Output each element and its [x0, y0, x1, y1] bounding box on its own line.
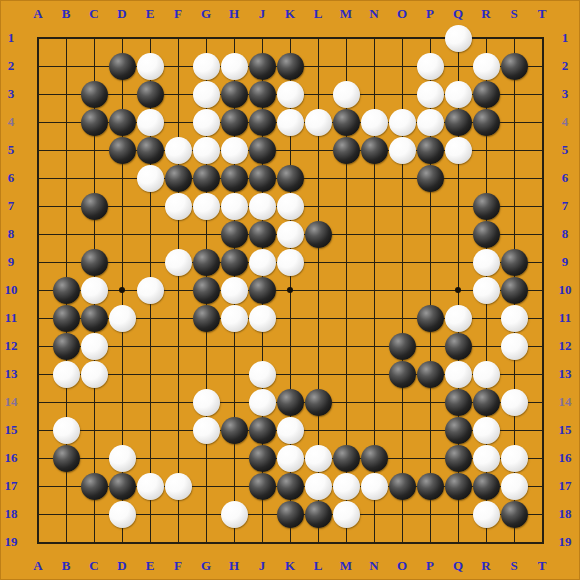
stone-white[interactable]	[445, 361, 472, 388]
stone-white[interactable]	[473, 417, 500, 444]
stone-white[interactable]	[137, 53, 164, 80]
stone-black[interactable]	[109, 137, 136, 164]
col-label-top: T	[530, 7, 554, 21]
stone-white[interactable]	[473, 445, 500, 472]
stone-black[interactable]	[361, 137, 388, 164]
stone-black[interactable]	[81, 81, 108, 108]
col-label-top: N	[362, 7, 386, 21]
stone-white[interactable]	[277, 109, 304, 136]
row-label-left: 15	[0, 423, 23, 437]
stone-white[interactable]	[277, 221, 304, 248]
col-label-top: F	[166, 7, 190, 21]
stone-black[interactable]	[473, 193, 500, 220]
stone-white[interactable]	[193, 389, 220, 416]
stone-white[interactable]	[221, 501, 248, 528]
row-label-right: 7	[553, 199, 577, 213]
col-label-top: K	[278, 7, 302, 21]
col-label-bottom: S	[502, 559, 526, 573]
stone-white[interactable]	[277, 193, 304, 220]
row-label-right: 9	[553, 255, 577, 269]
stone-black[interactable]	[249, 417, 276, 444]
stone-black[interactable]	[81, 193, 108, 220]
col-label-top: D	[110, 7, 134, 21]
stone-white[interactable]	[193, 81, 220, 108]
stone-white[interactable]	[165, 193, 192, 220]
row-label-right: 6	[553, 171, 577, 185]
stone-white[interactable]	[417, 81, 444, 108]
stone-black[interactable]	[249, 137, 276, 164]
stone-white[interactable]	[109, 305, 136, 332]
stone-black[interactable]	[473, 473, 500, 500]
stone-white[interactable]	[333, 81, 360, 108]
stone-white[interactable]	[137, 277, 164, 304]
row-label-left: 5	[0, 143, 23, 157]
row-label-right: 1	[553, 31, 577, 45]
stone-black[interactable]	[81, 305, 108, 332]
stone-black[interactable]	[445, 473, 472, 500]
stone-black[interactable]	[221, 81, 248, 108]
stone-black[interactable]	[193, 277, 220, 304]
col-label-bottom: A	[26, 559, 50, 573]
stone-white[interactable]	[445, 25, 472, 52]
col-label-top: Q	[446, 7, 470, 21]
goban: AABBCCDDEEFFGGHHJJKKLLMMNNOOPPQQRRSSTT11…	[0, 0, 580, 580]
goban-grid[interactable]	[24, 24, 556, 556]
row-label-right: 2	[553, 59, 577, 73]
row-label-left: 13	[0, 367, 23, 381]
row-label-right: 13	[553, 367, 577, 381]
stone-white[interactable]	[305, 109, 332, 136]
stone-white[interactable]	[249, 389, 276, 416]
stone-white[interactable]	[165, 473, 192, 500]
stone-black[interactable]	[109, 473, 136, 500]
stone-white[interactable]	[501, 473, 528, 500]
stone-black[interactable]	[53, 305, 80, 332]
stone-black[interactable]	[305, 501, 332, 528]
stone-white[interactable]	[137, 109, 164, 136]
stone-black[interactable]	[249, 473, 276, 500]
stone-black[interactable]	[389, 473, 416, 500]
stone-black[interactable]	[193, 249, 220, 276]
stone-black[interactable]	[445, 417, 472, 444]
stone-white[interactable]	[417, 109, 444, 136]
stone-white[interactable]	[221, 193, 248, 220]
stone-white[interactable]	[277, 445, 304, 472]
stone-black[interactable]	[249, 165, 276, 192]
stone-white[interactable]	[221, 137, 248, 164]
stone-black[interactable]	[305, 221, 332, 248]
stone-black[interactable]	[165, 165, 192, 192]
stone-black[interactable]	[417, 165, 444, 192]
col-label-bottom: Q	[446, 559, 470, 573]
stone-white[interactable]	[501, 445, 528, 472]
stone-white[interactable]	[249, 305, 276, 332]
stone-black[interactable]	[109, 109, 136, 136]
stone-black[interactable]	[333, 445, 360, 472]
stone-black[interactable]	[473, 109, 500, 136]
row-label-right: 11	[553, 311, 577, 325]
stone-black[interactable]	[501, 249, 528, 276]
stone-white[interactable]	[249, 361, 276, 388]
stone-black[interactable]	[137, 137, 164, 164]
stone-white[interactable]	[193, 193, 220, 220]
stone-white[interactable]	[445, 305, 472, 332]
stone-black[interactable]	[473, 81, 500, 108]
row-label-left: 8	[0, 227, 23, 241]
col-label-top: P	[418, 7, 442, 21]
col-label-bottom: L	[306, 559, 330, 573]
stone-white[interactable]	[277, 417, 304, 444]
stone-white[interactable]	[501, 389, 528, 416]
col-label-bottom: R	[474, 559, 498, 573]
col-label-top: R	[474, 7, 498, 21]
row-label-left: 12	[0, 339, 23, 353]
stone-black[interactable]	[389, 333, 416, 360]
row-label-right: 19	[553, 535, 577, 549]
col-label-bottom: K	[278, 559, 302, 573]
col-label-top: O	[390, 7, 414, 21]
stone-white[interactable]	[137, 473, 164, 500]
stone-black[interactable]	[501, 501, 528, 528]
col-label-top: S	[502, 7, 526, 21]
stone-white[interactable]	[417, 53, 444, 80]
stone-white[interactable]	[277, 81, 304, 108]
stone-white[interactable]	[305, 473, 332, 500]
col-label-top: G	[194, 7, 218, 21]
row-label-left: 2	[0, 59, 23, 73]
col-label-top: B	[54, 7, 78, 21]
stone-black[interactable]	[221, 109, 248, 136]
stone-white[interactable]	[445, 137, 472, 164]
stone-black[interactable]	[81, 473, 108, 500]
col-label-top: C	[82, 7, 106, 21]
stone-black[interactable]	[445, 109, 472, 136]
row-label-left: 16	[0, 451, 23, 465]
stone-white[interactable]	[137, 165, 164, 192]
stone-black[interactable]	[417, 137, 444, 164]
row-label-right: 12	[553, 339, 577, 353]
stone-black[interactable]	[361, 445, 388, 472]
row-label-right: 10	[553, 283, 577, 297]
stone-black[interactable]	[445, 333, 472, 360]
row-label-right: 15	[553, 423, 577, 437]
stone-white[interactable]	[81, 277, 108, 304]
row-label-right: 14	[553, 395, 577, 409]
stone-white[interactable]	[53, 361, 80, 388]
stone-black[interactable]	[81, 249, 108, 276]
row-label-left: 11	[0, 311, 23, 325]
col-label-bottom: N	[362, 559, 386, 573]
col-label-bottom: J	[250, 559, 274, 573]
row-label-left: 18	[0, 507, 23, 521]
stone-black[interactable]	[277, 53, 304, 80]
stone-black[interactable]	[473, 221, 500, 248]
stone-white[interactable]	[249, 249, 276, 276]
col-label-top: L	[306, 7, 330, 21]
stone-white[interactable]	[53, 417, 80, 444]
row-label-right: 5	[553, 143, 577, 157]
stone-black[interactable]	[389, 361, 416, 388]
stone-white[interactable]	[333, 501, 360, 528]
row-label-left: 17	[0, 479, 23, 493]
stone-black[interactable]	[445, 389, 472, 416]
stone-white[interactable]	[361, 473, 388, 500]
row-label-right: 3	[553, 87, 577, 101]
stone-black[interactable]	[333, 109, 360, 136]
row-label-right: 4	[553, 115, 577, 129]
stone-black[interactable]	[249, 109, 276, 136]
stone-black[interactable]	[221, 221, 248, 248]
col-label-top: H	[222, 7, 246, 21]
row-label-right: 18	[553, 507, 577, 521]
stone-white[interactable]	[165, 137, 192, 164]
stone-white[interactable]	[501, 305, 528, 332]
row-label-left: 7	[0, 199, 23, 213]
row-label-right: 16	[553, 451, 577, 465]
row-label-left: 1	[0, 31, 23, 45]
stone-white[interactable]	[81, 333, 108, 360]
stone-black[interactable]	[249, 81, 276, 108]
stone-black[interactable]	[193, 305, 220, 332]
stone-black[interactable]	[249, 277, 276, 304]
stone-white[interactable]	[473, 501, 500, 528]
stone-white[interactable]	[81, 361, 108, 388]
stone-white[interactable]	[193, 53, 220, 80]
stone-white[interactable]	[473, 53, 500, 80]
stone-black[interactable]	[501, 277, 528, 304]
stone-black[interactable]	[473, 389, 500, 416]
col-label-top: A	[26, 7, 50, 21]
stone-white[interactable]	[333, 473, 360, 500]
stone-black[interactable]	[277, 501, 304, 528]
stone-white[interactable]	[193, 137, 220, 164]
col-label-bottom: O	[390, 559, 414, 573]
stone-white[interactable]	[473, 249, 500, 276]
stone-black[interactable]	[333, 137, 360, 164]
stone-black[interactable]	[81, 109, 108, 136]
col-label-top: E	[138, 7, 162, 21]
row-label-left: 6	[0, 171, 23, 185]
stone-white[interactable]	[193, 109, 220, 136]
stone-black[interactable]	[221, 417, 248, 444]
col-label-top: M	[334, 7, 358, 21]
row-label-right: 17	[553, 479, 577, 493]
stone-white[interactable]	[249, 193, 276, 220]
row-label-left: 9	[0, 255, 23, 269]
stone-white[interactable]	[109, 445, 136, 472]
row-label-left: 14	[0, 395, 23, 409]
col-label-bottom: P	[418, 559, 442, 573]
stone-white[interactable]	[221, 53, 248, 80]
stone-black[interactable]	[249, 221, 276, 248]
stone-black[interactable]	[417, 473, 444, 500]
col-label-bottom: H	[222, 559, 246, 573]
stone-black[interactable]	[417, 305, 444, 332]
stone-black[interactable]	[501, 53, 528, 80]
col-label-bottom: E	[138, 559, 162, 573]
row-label-left: 4	[0, 115, 23, 129]
col-label-bottom: C	[82, 559, 106, 573]
stone-black[interactable]	[277, 473, 304, 500]
stone-white[interactable]	[501, 333, 528, 360]
row-label-right: 8	[553, 227, 577, 241]
stone-white[interactable]	[389, 109, 416, 136]
col-label-bottom: D	[110, 559, 134, 573]
stone-white[interactable]	[221, 277, 248, 304]
stone-white[interactable]	[473, 277, 500, 304]
stone-white[interactable]	[277, 249, 304, 276]
stone-black[interactable]	[53, 445, 80, 472]
stone-black[interactable]	[137, 81, 164, 108]
stone-white[interactable]	[389, 137, 416, 164]
stone-black[interactable]	[277, 389, 304, 416]
col-label-bottom: F	[166, 559, 190, 573]
row-label-left: 10	[0, 283, 23, 297]
stone-white[interactable]	[109, 501, 136, 528]
stone-white[interactable]	[473, 361, 500, 388]
stone-black[interactable]	[305, 389, 332, 416]
col-label-bottom: B	[54, 559, 78, 573]
stone-black[interactable]	[249, 53, 276, 80]
stone-black[interactable]	[277, 165, 304, 192]
stone-white[interactable]	[165, 249, 192, 276]
stone-black[interactable]	[109, 53, 136, 80]
stone-white[interactable]	[361, 109, 388, 136]
col-label-bottom: T	[530, 559, 554, 573]
stone-black[interactable]	[249, 445, 276, 472]
stone-white[interactable]	[193, 417, 220, 444]
stone-black[interactable]	[445, 445, 472, 472]
stone-black[interactable]	[193, 165, 220, 192]
stone-white[interactable]	[221, 305, 248, 332]
stone-white[interactable]	[305, 445, 332, 472]
stone-white[interactable]	[445, 81, 472, 108]
row-label-left: 19	[0, 535, 23, 549]
stone-black[interactable]	[221, 165, 248, 192]
row-label-left: 3	[0, 87, 23, 101]
stone-black[interactable]	[53, 277, 80, 304]
stone-black[interactable]	[221, 249, 248, 276]
stone-black[interactable]	[53, 333, 80, 360]
stone-black[interactable]	[417, 361, 444, 388]
col-label-bottom: M	[334, 559, 358, 573]
col-label-top: J	[250, 7, 274, 21]
col-label-bottom: G	[194, 559, 218, 573]
